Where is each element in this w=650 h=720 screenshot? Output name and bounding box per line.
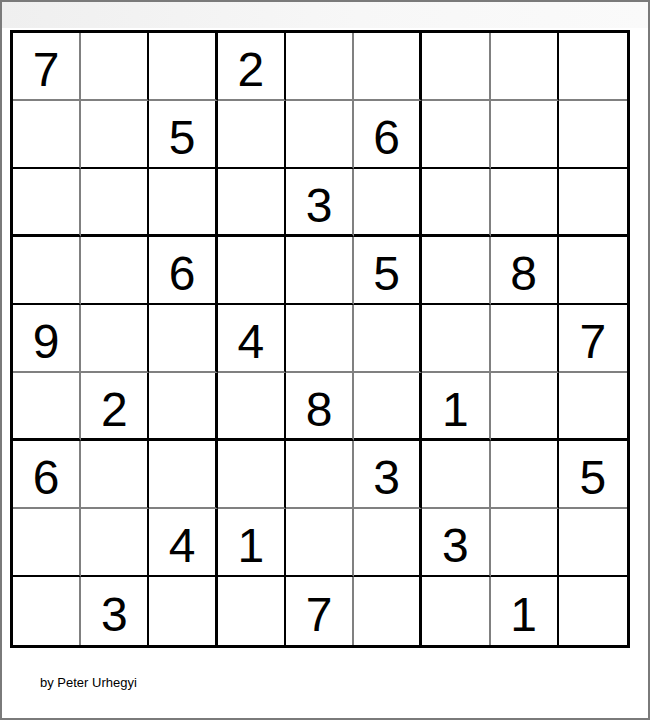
cell-r3c1[interactable] [13, 169, 81, 237]
cell-r3c9[interactable] [559, 169, 627, 237]
cell-r7c2[interactable] [81, 441, 149, 509]
cell-r7c7[interactable] [422, 441, 490, 509]
cell-r9c6[interactable] [354, 577, 422, 645]
cell-r7c8[interactable] [491, 441, 559, 509]
sudoku-page: 72563658947281635413371 by Peter Urhegyi [0, 0, 650, 720]
cell-r9c4[interactable] [218, 577, 286, 645]
cell-r2c9[interactable] [559, 101, 627, 169]
cell-r8c7: 3 [422, 509, 490, 577]
cell-r6c2: 2 [81, 373, 149, 441]
cell-r3c4[interactable] [218, 169, 286, 237]
cell-r3c5: 3 [286, 169, 354, 237]
cell-r8c6[interactable] [354, 509, 422, 577]
cell-r2c4[interactable] [218, 101, 286, 169]
cell-r5c5[interactable] [286, 305, 354, 373]
cell-r8c1[interactable] [13, 509, 81, 577]
cell-r1c9[interactable] [559, 33, 627, 101]
cell-r1c3[interactable] [149, 33, 217, 101]
cell-r8c2[interactable] [81, 509, 149, 577]
cell-r7c6: 3 [354, 441, 422, 509]
cell-r4c5[interactable] [286, 237, 354, 305]
cell-r6c6[interactable] [354, 373, 422, 441]
cell-r8c9[interactable] [559, 509, 627, 577]
cell-r5c7[interactable] [422, 305, 490, 373]
cell-r2c2[interactable] [81, 101, 149, 169]
cell-r5c3[interactable] [149, 305, 217, 373]
cell-r4c8: 8 [491, 237, 559, 305]
cell-r2c6: 6 [354, 101, 422, 169]
cell-r2c7[interactable] [422, 101, 490, 169]
cell-r7c4[interactable] [218, 441, 286, 509]
cell-r4c3: 6 [149, 237, 217, 305]
cell-r3c2[interactable] [81, 169, 149, 237]
cell-r5c4: 4 [218, 305, 286, 373]
cell-r1c6[interactable] [354, 33, 422, 101]
cell-r1c2[interactable] [81, 33, 149, 101]
cell-r1c4: 2 [218, 33, 286, 101]
cell-r6c7: 1 [422, 373, 490, 441]
cell-r3c6[interactable] [354, 169, 422, 237]
cell-r8c3: 4 [149, 509, 217, 577]
cell-r7c9: 5 [559, 441, 627, 509]
cell-r4c7[interactable] [422, 237, 490, 305]
cell-r3c7[interactable] [422, 169, 490, 237]
cell-r9c2: 3 [81, 577, 149, 645]
cell-r4c4[interactable] [218, 237, 286, 305]
cell-r9c5: 7 [286, 577, 354, 645]
sudoku-board: 72563658947281635413371 [10, 30, 630, 648]
cell-r9c1[interactable] [13, 577, 81, 645]
cell-r5c8[interactable] [491, 305, 559, 373]
cell-r6c9[interactable] [559, 373, 627, 441]
cell-r2c1[interactable] [13, 101, 81, 169]
cell-r8c5[interactable] [286, 509, 354, 577]
cell-r5c2[interactable] [81, 305, 149, 373]
cell-r2c3: 5 [149, 101, 217, 169]
cell-r2c5[interactable] [286, 101, 354, 169]
credit-text: by Peter Urhegyi [40, 675, 137, 690]
cell-r5c6[interactable] [354, 305, 422, 373]
cell-r1c7[interactable] [422, 33, 490, 101]
cell-r5c1: 9 [13, 305, 81, 373]
cell-r7c3[interactable] [149, 441, 217, 509]
cell-r7c1: 6 [13, 441, 81, 509]
cell-r9c9[interactable] [559, 577, 627, 645]
cell-r8c8[interactable] [491, 509, 559, 577]
cell-r4c2[interactable] [81, 237, 149, 305]
cell-r1c1: 7 [13, 33, 81, 101]
cell-r2c8[interactable] [491, 101, 559, 169]
cell-r6c3[interactable] [149, 373, 217, 441]
cell-r7c5[interactable] [286, 441, 354, 509]
cell-r4c6: 5 [354, 237, 422, 305]
cell-r1c8[interactable] [491, 33, 559, 101]
cell-r9c7[interactable] [422, 577, 490, 645]
cell-r8c4: 1 [218, 509, 286, 577]
cell-r5c9: 7 [559, 305, 627, 373]
cell-r4c1[interactable] [13, 237, 81, 305]
cell-r3c3[interactable] [149, 169, 217, 237]
cell-r1c5[interactable] [286, 33, 354, 101]
cell-r4c9[interactable] [559, 237, 627, 305]
cell-r6c4[interactable] [218, 373, 286, 441]
cell-r6c5: 8 [286, 373, 354, 441]
header-strip [2, 2, 648, 28]
cell-r9c8: 1 [491, 577, 559, 645]
cell-r9c3[interactable] [149, 577, 217, 645]
cell-r6c8[interactable] [491, 373, 559, 441]
cell-r3c8[interactable] [491, 169, 559, 237]
cell-r6c1[interactable] [13, 373, 81, 441]
